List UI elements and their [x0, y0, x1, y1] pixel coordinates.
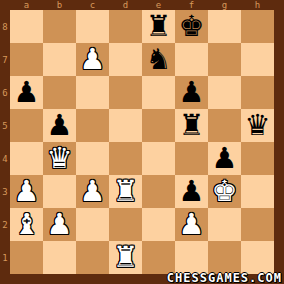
rank-label-7: 7 [0, 43, 10, 76]
square-d7[interactable] [109, 43, 142, 76]
square-e6[interactable] [142, 76, 175, 109]
square-c5[interactable] [76, 109, 109, 142]
square-e1[interactable] [142, 241, 175, 274]
square-a5[interactable] [10, 109, 43, 142]
piece-black-pawn[interactable]: ♟ [179, 175, 205, 208]
rank-label-4: 4 [0, 142, 10, 175]
square-b6[interactable] [43, 76, 76, 109]
square-f8[interactable]: ♚ [175, 10, 208, 43]
square-a3[interactable]: ♟ [10, 175, 43, 208]
rank-label-5: 5 [0, 109, 10, 142]
rank-label-1: 1 [0, 241, 10, 274]
square-g7[interactable] [208, 43, 241, 76]
rank-label-6: 6 [0, 76, 10, 109]
piece-black-queen[interactable]: ♛ [245, 109, 271, 142]
square-d5[interactable] [109, 109, 142, 142]
piece-black-pawn[interactable]: ♟ [212, 142, 238, 175]
square-g3[interactable]: ♚ [208, 175, 241, 208]
piece-white-pawn[interactable]: ♟ [47, 208, 73, 241]
square-c8[interactable] [76, 10, 109, 43]
square-e4[interactable] [142, 142, 175, 175]
square-b3[interactable] [43, 175, 76, 208]
piece-white-rook[interactable]: ♜ [113, 241, 139, 274]
square-c1[interactable] [76, 241, 109, 274]
piece-white-pawn[interactable]: ♟ [179, 208, 205, 241]
square-d8[interactable] [109, 10, 142, 43]
square-a7[interactable] [10, 43, 43, 76]
square-h4[interactable] [241, 142, 274, 175]
square-b7[interactable] [43, 43, 76, 76]
square-f2[interactable]: ♟ [175, 208, 208, 241]
rank-label-3: 3 [0, 175, 10, 208]
square-h1[interactable] [241, 241, 274, 274]
square-d2[interactable] [109, 208, 142, 241]
square-g5[interactable] [208, 109, 241, 142]
square-c3[interactable]: ♟ [76, 175, 109, 208]
square-d6[interactable] [109, 76, 142, 109]
piece-black-pawn[interactable]: ♟ [14, 76, 40, 109]
square-e2[interactable] [142, 208, 175, 241]
piece-black-king[interactable]: ♚ [179, 10, 205, 43]
square-g6[interactable] [208, 76, 241, 109]
square-h7[interactable] [241, 43, 274, 76]
piece-white-queen[interactable]: ♛ [47, 142, 73, 175]
site-label: CHESSGAMES.COM [167, 272, 282, 284]
square-f4[interactable] [175, 142, 208, 175]
square-d4[interactable] [109, 142, 142, 175]
square-g4[interactable]: ♟ [208, 142, 241, 175]
piece-black-rook[interactable]: ♜ [146, 10, 172, 43]
chess-diagram: abcdefgh 87654321 ♜♚♟♞♟♟♟♜♛♛♟♟♟♜♟♚♝♟♟♜ C… [0, 0, 284, 284]
square-h3[interactable] [241, 175, 274, 208]
square-e7[interactable]: ♞ [142, 43, 175, 76]
square-f6[interactable]: ♟ [175, 76, 208, 109]
square-g1[interactable] [208, 241, 241, 274]
file-labels: abcdefgh [10, 0, 274, 10]
square-b5[interactable]: ♟ [43, 109, 76, 142]
square-d1[interactable]: ♜ [109, 241, 142, 274]
square-e8[interactable]: ♜ [142, 10, 175, 43]
square-a4[interactable] [10, 142, 43, 175]
square-c7[interactable]: ♟ [76, 43, 109, 76]
square-f1[interactable] [175, 241, 208, 274]
square-h2[interactable] [241, 208, 274, 241]
square-a6[interactable]: ♟ [10, 76, 43, 109]
rank-label-8: 8 [0, 10, 10, 43]
piece-white-pawn[interactable]: ♟ [14, 175, 40, 208]
square-f5[interactable]: ♜ [175, 109, 208, 142]
chess-board: ♜♚♟♞♟♟♟♜♛♛♟♟♟♜♟♚♝♟♟♜ [10, 10, 274, 274]
piece-black-rook[interactable]: ♜ [179, 109, 205, 142]
piece-black-knight[interactable]: ♞ [146, 43, 172, 76]
square-g8[interactable] [208, 10, 241, 43]
piece-white-rook[interactable]: ♜ [113, 175, 139, 208]
square-a1[interactable] [10, 241, 43, 274]
piece-black-pawn[interactable]: ♟ [179, 76, 205, 109]
piece-white-king[interactable]: ♚ [212, 175, 238, 208]
square-d3[interactable]: ♜ [109, 175, 142, 208]
square-e5[interactable] [142, 109, 175, 142]
rank-labels: 87654321 [0, 10, 10, 274]
square-f3[interactable]: ♟ [175, 175, 208, 208]
square-b4[interactable]: ♛ [43, 142, 76, 175]
piece-black-pawn[interactable]: ♟ [47, 109, 73, 142]
square-b1[interactable] [43, 241, 76, 274]
piece-white-pawn[interactable]: ♟ [80, 175, 106, 208]
square-h8[interactable] [241, 10, 274, 43]
square-a8[interactable] [10, 10, 43, 43]
square-f7[interactable] [175, 43, 208, 76]
square-c4[interactable] [76, 142, 109, 175]
rank-label-2: 2 [0, 208, 10, 241]
square-c6[interactable] [76, 76, 109, 109]
square-e3[interactable] [142, 175, 175, 208]
square-g2[interactable] [208, 208, 241, 241]
square-a2[interactable]: ♝ [10, 208, 43, 241]
square-c2[interactable] [76, 208, 109, 241]
square-b2[interactable]: ♟ [43, 208, 76, 241]
piece-white-pawn[interactable]: ♟ [80, 43, 106, 76]
square-h6[interactable] [241, 76, 274, 109]
square-h5[interactable]: ♛ [241, 109, 274, 142]
square-b8[interactable] [43, 10, 76, 43]
piece-white-bishop[interactable]: ♝ [14, 208, 40, 241]
